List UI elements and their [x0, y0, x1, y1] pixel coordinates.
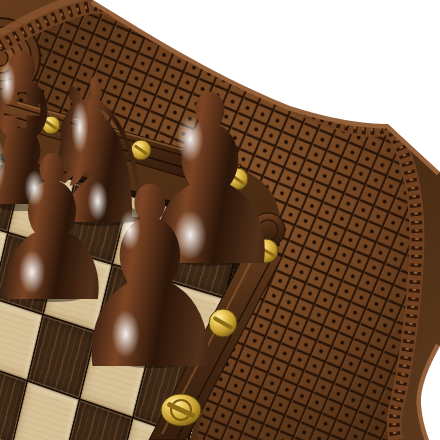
piece-pawn-b[interactable]: ♟ [63, 155, 238, 405]
board-photo-scene: ♝♞♟♟♟ [0, 0, 440, 440]
specular-highlight [18, 250, 45, 294]
specular-highlight [0, 61, 16, 105]
specular-highlight [112, 310, 140, 358]
specular-highlight [119, 210, 141, 250]
specular-highlight [24, 170, 44, 206]
